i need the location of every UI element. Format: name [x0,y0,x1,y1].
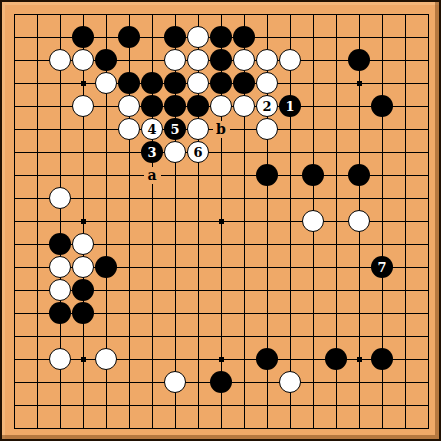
go-board: 1537246ab [0,0,441,441]
white-stone [164,49,186,71]
black-stone [72,26,94,48]
black-stone [325,348,347,370]
white-stone [95,348,117,370]
black-stone [256,348,278,370]
black-stone [233,26,255,48]
white-stone [210,95,232,117]
white-stone [72,49,94,71]
black-stone [118,26,140,48]
white-stone [72,95,94,117]
white-stone [118,118,140,140]
white-stone [72,256,94,278]
star-point [81,357,86,362]
star-point [357,81,362,86]
white-stone [72,233,94,255]
black-stone [302,164,324,186]
black-stone [49,302,71,324]
star-point [219,357,224,362]
white-stone [49,256,71,278]
black-stone [95,256,117,278]
star-point [81,81,86,86]
black-stone [141,72,163,94]
white-stone [279,371,301,393]
black-stone [256,164,278,186]
white-stone [187,118,209,140]
black-stone [210,49,232,71]
star-point [219,219,224,224]
white-stone [233,49,255,71]
black-stone [210,371,232,393]
move-6-white-stone: 6 [187,141,209,163]
white-stone [302,210,324,232]
point-label-a: a [144,167,161,184]
move-3-black-stone: 3 [141,141,163,163]
black-stone [49,233,71,255]
black-stone [118,72,140,94]
black-stone [72,279,94,301]
black-stone [348,49,370,71]
black-stone [164,72,186,94]
black-stone [164,26,186,48]
white-stone [348,210,370,232]
point-label-b: b [213,121,230,138]
move-1-black-stone: 1 [279,95,301,117]
move-7-black-stone: 7 [371,256,393,278]
white-stone [118,95,140,117]
black-stone [164,95,186,117]
black-stone [141,95,163,117]
white-stone [49,49,71,71]
star-point [357,357,362,362]
white-stone [256,72,278,94]
black-stone [210,26,232,48]
move-2-white-stone: 2 [256,95,278,117]
black-stone [371,95,393,117]
white-stone [164,371,186,393]
white-stone [187,72,209,94]
move-4-white-stone: 4 [141,118,163,140]
white-stone [279,49,301,71]
white-stone [49,348,71,370]
black-stone [210,72,232,94]
white-stone [164,141,186,163]
white-stone [256,118,278,140]
white-stone [187,49,209,71]
black-stone [348,164,370,186]
go-diagram: 1537246ab [0,0,441,441]
white-stone [95,72,117,94]
black-stone [187,95,209,117]
star-point [81,219,86,224]
black-stone [233,72,255,94]
white-stone [49,187,71,209]
white-stone [233,95,255,117]
white-stone [49,279,71,301]
white-stone [256,49,278,71]
black-stone [95,49,117,71]
black-stone [371,348,393,370]
black-stone [72,302,94,324]
white-stone [187,26,209,48]
move-5-black-stone: 5 [164,118,186,140]
